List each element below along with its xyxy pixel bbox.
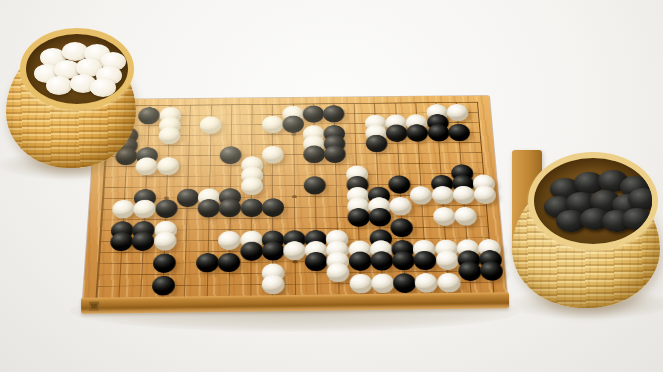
go-stone-black	[282, 115, 304, 132]
bowl-stone-black	[622, 208, 652, 230]
board-perspective-wrap	[82, 96, 507, 308]
black-stone-bowl	[512, 152, 662, 312]
go-stone-black	[347, 208, 370, 227]
go-stone-white	[349, 274, 372, 294]
go-stone-white	[241, 177, 263, 195]
white-stone-bowl	[6, 28, 138, 178]
go-stone-black	[240, 198, 262, 217]
bowl-stone-white	[46, 76, 72, 95]
go-stone-white	[454, 207, 478, 226]
star-point	[291, 133, 296, 136]
go-stone-black	[386, 124, 408, 142]
go-stone-black	[365, 135, 387, 153]
go-stone-white	[389, 197, 412, 216]
white-bowl-opening	[20, 28, 134, 110]
go-stone-black	[368, 208, 391, 227]
go-stone-white	[431, 186, 454, 204]
go-stone-black	[348, 252, 371, 271]
go-stone-black	[448, 124, 471, 142]
go-stone-white	[446, 104, 469, 121]
go-stone-black	[390, 218, 413, 237]
go-stone-black	[370, 251, 393, 270]
go-stone-black	[177, 188, 200, 206]
go-stone-black	[262, 241, 285, 260]
star-point	[291, 195, 296, 198]
go-stone-white	[262, 146, 284, 164]
go-stone-black	[262, 198, 284, 217]
go-stone-white	[452, 185, 475, 203]
star-point	[292, 260, 297, 263]
go-stone-black	[155, 199, 178, 218]
board-surface	[82, 96, 507, 308]
photo-scene	[0, 0, 663, 372]
go-stone-black	[240, 242, 263, 261]
go-stone-white	[432, 207, 455, 226]
go-stone-black	[303, 105, 325, 122]
go-stone-white	[262, 116, 283, 133]
black-bowl-opening	[528, 152, 658, 250]
bowl-stone-black	[628, 188, 658, 210]
bowl-stone-white	[90, 78, 116, 97]
wood-knot	[89, 302, 99, 311]
go-stone-black	[427, 124, 450, 142]
